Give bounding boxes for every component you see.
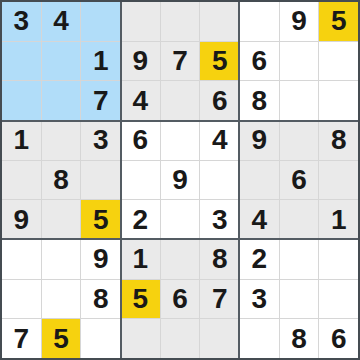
cell-r3c2[interactable]	[42, 81, 81, 120]
cell-r2c3[interactable]: 1	[81, 42, 120, 81]
cell-r6c7[interactable]: 4	[240, 200, 279, 239]
cell-r4c5[interactable]	[161, 121, 200, 160]
cell-r7c3[interactable]: 9	[81, 240, 120, 279]
cell-r8c2[interactable]	[42, 280, 81, 319]
cell-r2c7[interactable]: 6	[240, 42, 279, 81]
cell-r7c7[interactable]: 2	[240, 240, 279, 279]
cell-r4c8[interactable]	[280, 121, 319, 160]
cell-r3c9[interactable]	[319, 81, 358, 120]
cell-r4c7[interactable]: 9	[240, 121, 279, 160]
cell-r9c8[interactable]: 8	[280, 319, 319, 358]
cell-r9c7[interactable]	[240, 319, 279, 358]
cell-r2c9[interactable]	[319, 42, 358, 81]
cell-r8c6[interactable]: 7	[200, 280, 239, 319]
cell-r2c2[interactable]	[42, 42, 81, 81]
cell-r5c2[interactable]: 8	[42, 161, 81, 200]
cell-r7c8[interactable]	[280, 240, 319, 279]
cell-r8c8[interactable]	[280, 280, 319, 319]
cell-r5c6[interactable]	[200, 161, 239, 200]
cell-r1c5[interactable]	[161, 2, 200, 41]
cell-r6c4[interactable]: 2	[121, 200, 160, 239]
cell-r2c1[interactable]	[2, 42, 41, 81]
cell-r1c6[interactable]	[200, 2, 239, 41]
cell-r3c1[interactable]	[2, 81, 41, 120]
cell-r3c8[interactable]	[280, 81, 319, 120]
cell-r6c8[interactable]	[280, 200, 319, 239]
cell-r8c5[interactable]: 6	[161, 280, 200, 319]
cell-r6c9[interactable]: 1	[319, 200, 358, 239]
cell-r5c4[interactable]	[121, 161, 160, 200]
cell-r6c3[interactable]: 5	[81, 200, 120, 239]
cell-r7c2[interactable]	[42, 240, 81, 279]
cell-r2c4[interactable]: 9	[121, 42, 160, 81]
cell-r3c6[interactable]: 6	[200, 81, 239, 120]
cell-r4c3[interactable]: 3	[81, 121, 120, 160]
cell-r9c6[interactable]	[200, 319, 239, 358]
cell-r5c1[interactable]	[2, 161, 41, 200]
cell-r7c6[interactable]: 8	[200, 240, 239, 279]
cell-r7c1[interactable]	[2, 240, 41, 279]
sudoku-board: 3495197567468136498896952341918285673758…	[0, 0, 360, 360]
cell-r8c4[interactable]: 5	[121, 280, 160, 319]
cell-r3c3[interactable]: 7	[81, 81, 120, 120]
cell-r6c2[interactable]	[42, 200, 81, 239]
cell-r7c9[interactable]	[319, 240, 358, 279]
cell-r8c9[interactable]	[319, 280, 358, 319]
cell-r5c5[interactable]: 9	[161, 161, 200, 200]
cell-r1c8[interactable]: 9	[280, 2, 319, 41]
cell-r1c3[interactable]	[81, 2, 120, 41]
cell-r9c5[interactable]	[161, 319, 200, 358]
cell-r1c4[interactable]	[121, 2, 160, 41]
cell-r5c7[interactable]	[240, 161, 279, 200]
cell-r6c1[interactable]: 9	[2, 200, 41, 239]
cell-r9c9[interactable]: 6	[319, 319, 358, 358]
cell-r6c5[interactable]	[161, 200, 200, 239]
cell-r7c5[interactable]	[161, 240, 200, 279]
cell-r2c5[interactable]: 7	[161, 42, 200, 81]
cell-r3c5[interactable]	[161, 81, 200, 120]
cell-r1c9[interactable]: 5	[319, 2, 358, 41]
cell-r4c9[interactable]: 8	[319, 121, 358, 160]
cell-r8c1[interactable]	[2, 280, 41, 319]
sudoku-grid: 3495197567468136498896952341918285673758…	[2, 2, 358, 358]
cell-r1c2[interactable]: 4	[42, 2, 81, 41]
cell-r5c3[interactable]	[81, 161, 120, 200]
cell-r9c1[interactable]: 7	[2, 319, 41, 358]
cell-r4c6[interactable]: 4	[200, 121, 239, 160]
cell-r2c6[interactable]: 5	[200, 42, 239, 81]
cell-r3c4[interactable]: 4	[121, 81, 160, 120]
cell-r4c1[interactable]: 1	[2, 121, 41, 160]
cell-r9c3[interactable]	[81, 319, 120, 358]
cell-r1c7[interactable]	[240, 2, 279, 41]
cell-r3c7[interactable]: 8	[240, 81, 279, 120]
cell-r5c8[interactable]: 6	[280, 161, 319, 200]
cell-r6c6[interactable]: 3	[200, 200, 239, 239]
cell-r4c2[interactable]	[42, 121, 81, 160]
cell-r9c4[interactable]	[121, 319, 160, 358]
cell-r5c9[interactable]	[319, 161, 358, 200]
cell-r1c1[interactable]: 3	[2, 2, 41, 41]
cell-r2c8[interactable]	[280, 42, 319, 81]
cell-r7c4[interactable]: 1	[121, 240, 160, 279]
cell-r8c7[interactable]: 3	[240, 280, 279, 319]
cell-r4c4[interactable]: 6	[121, 121, 160, 160]
cell-r9c2[interactable]: 5	[42, 319, 81, 358]
cell-r8c3[interactable]: 8	[81, 280, 120, 319]
